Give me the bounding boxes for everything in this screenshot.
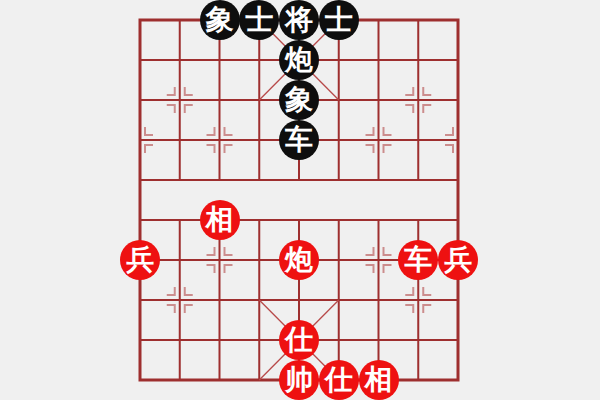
- piece-red-advisor-1[interactable]: 仕: [279, 320, 319, 360]
- piece-red-general[interactable]: 帅: [279, 360, 319, 400]
- piece-red-cannon[interactable]: 炮: [279, 240, 319, 280]
- xiangqi-app-screen: 象士将士炮象车相兵炮车兵仕帅仕相: [0, 0, 600, 400]
- piece-black-elephant-2[interactable]: 象: [279, 80, 319, 120]
- piece-red-advisor-2[interactable]: 仕: [319, 360, 359, 400]
- piece-black-elephant-1[interactable]: 象: [200, 0, 240, 40]
- piece-red-soldier-1[interactable]: 兵: [120, 240, 160, 280]
- piece-red-chariot[interactable]: 车: [398, 240, 438, 280]
- xiangqi-board[interactable]: 象士将士炮象车相兵炮车兵仕帅仕相: [0, 0, 600, 400]
- piece-black-general[interactable]: 将: [279, 0, 319, 40]
- pieces-layer: 象士将士炮象车相兵炮车兵仕帅仕相: [120, 0, 478, 400]
- piece-black-cannon[interactable]: 炮: [279, 40, 319, 80]
- piece-red-elephant-2[interactable]: 相: [359, 360, 399, 400]
- piece-red-soldier-2[interactable]: 兵: [438, 240, 478, 280]
- piece-black-chariot[interactable]: 车: [279, 120, 319, 160]
- piece-black-advisor-2[interactable]: 士: [319, 0, 359, 40]
- piece-black-advisor-1[interactable]: 士: [239, 0, 279, 40]
- piece-red-elephant-1[interactable]: 相: [200, 200, 240, 240]
